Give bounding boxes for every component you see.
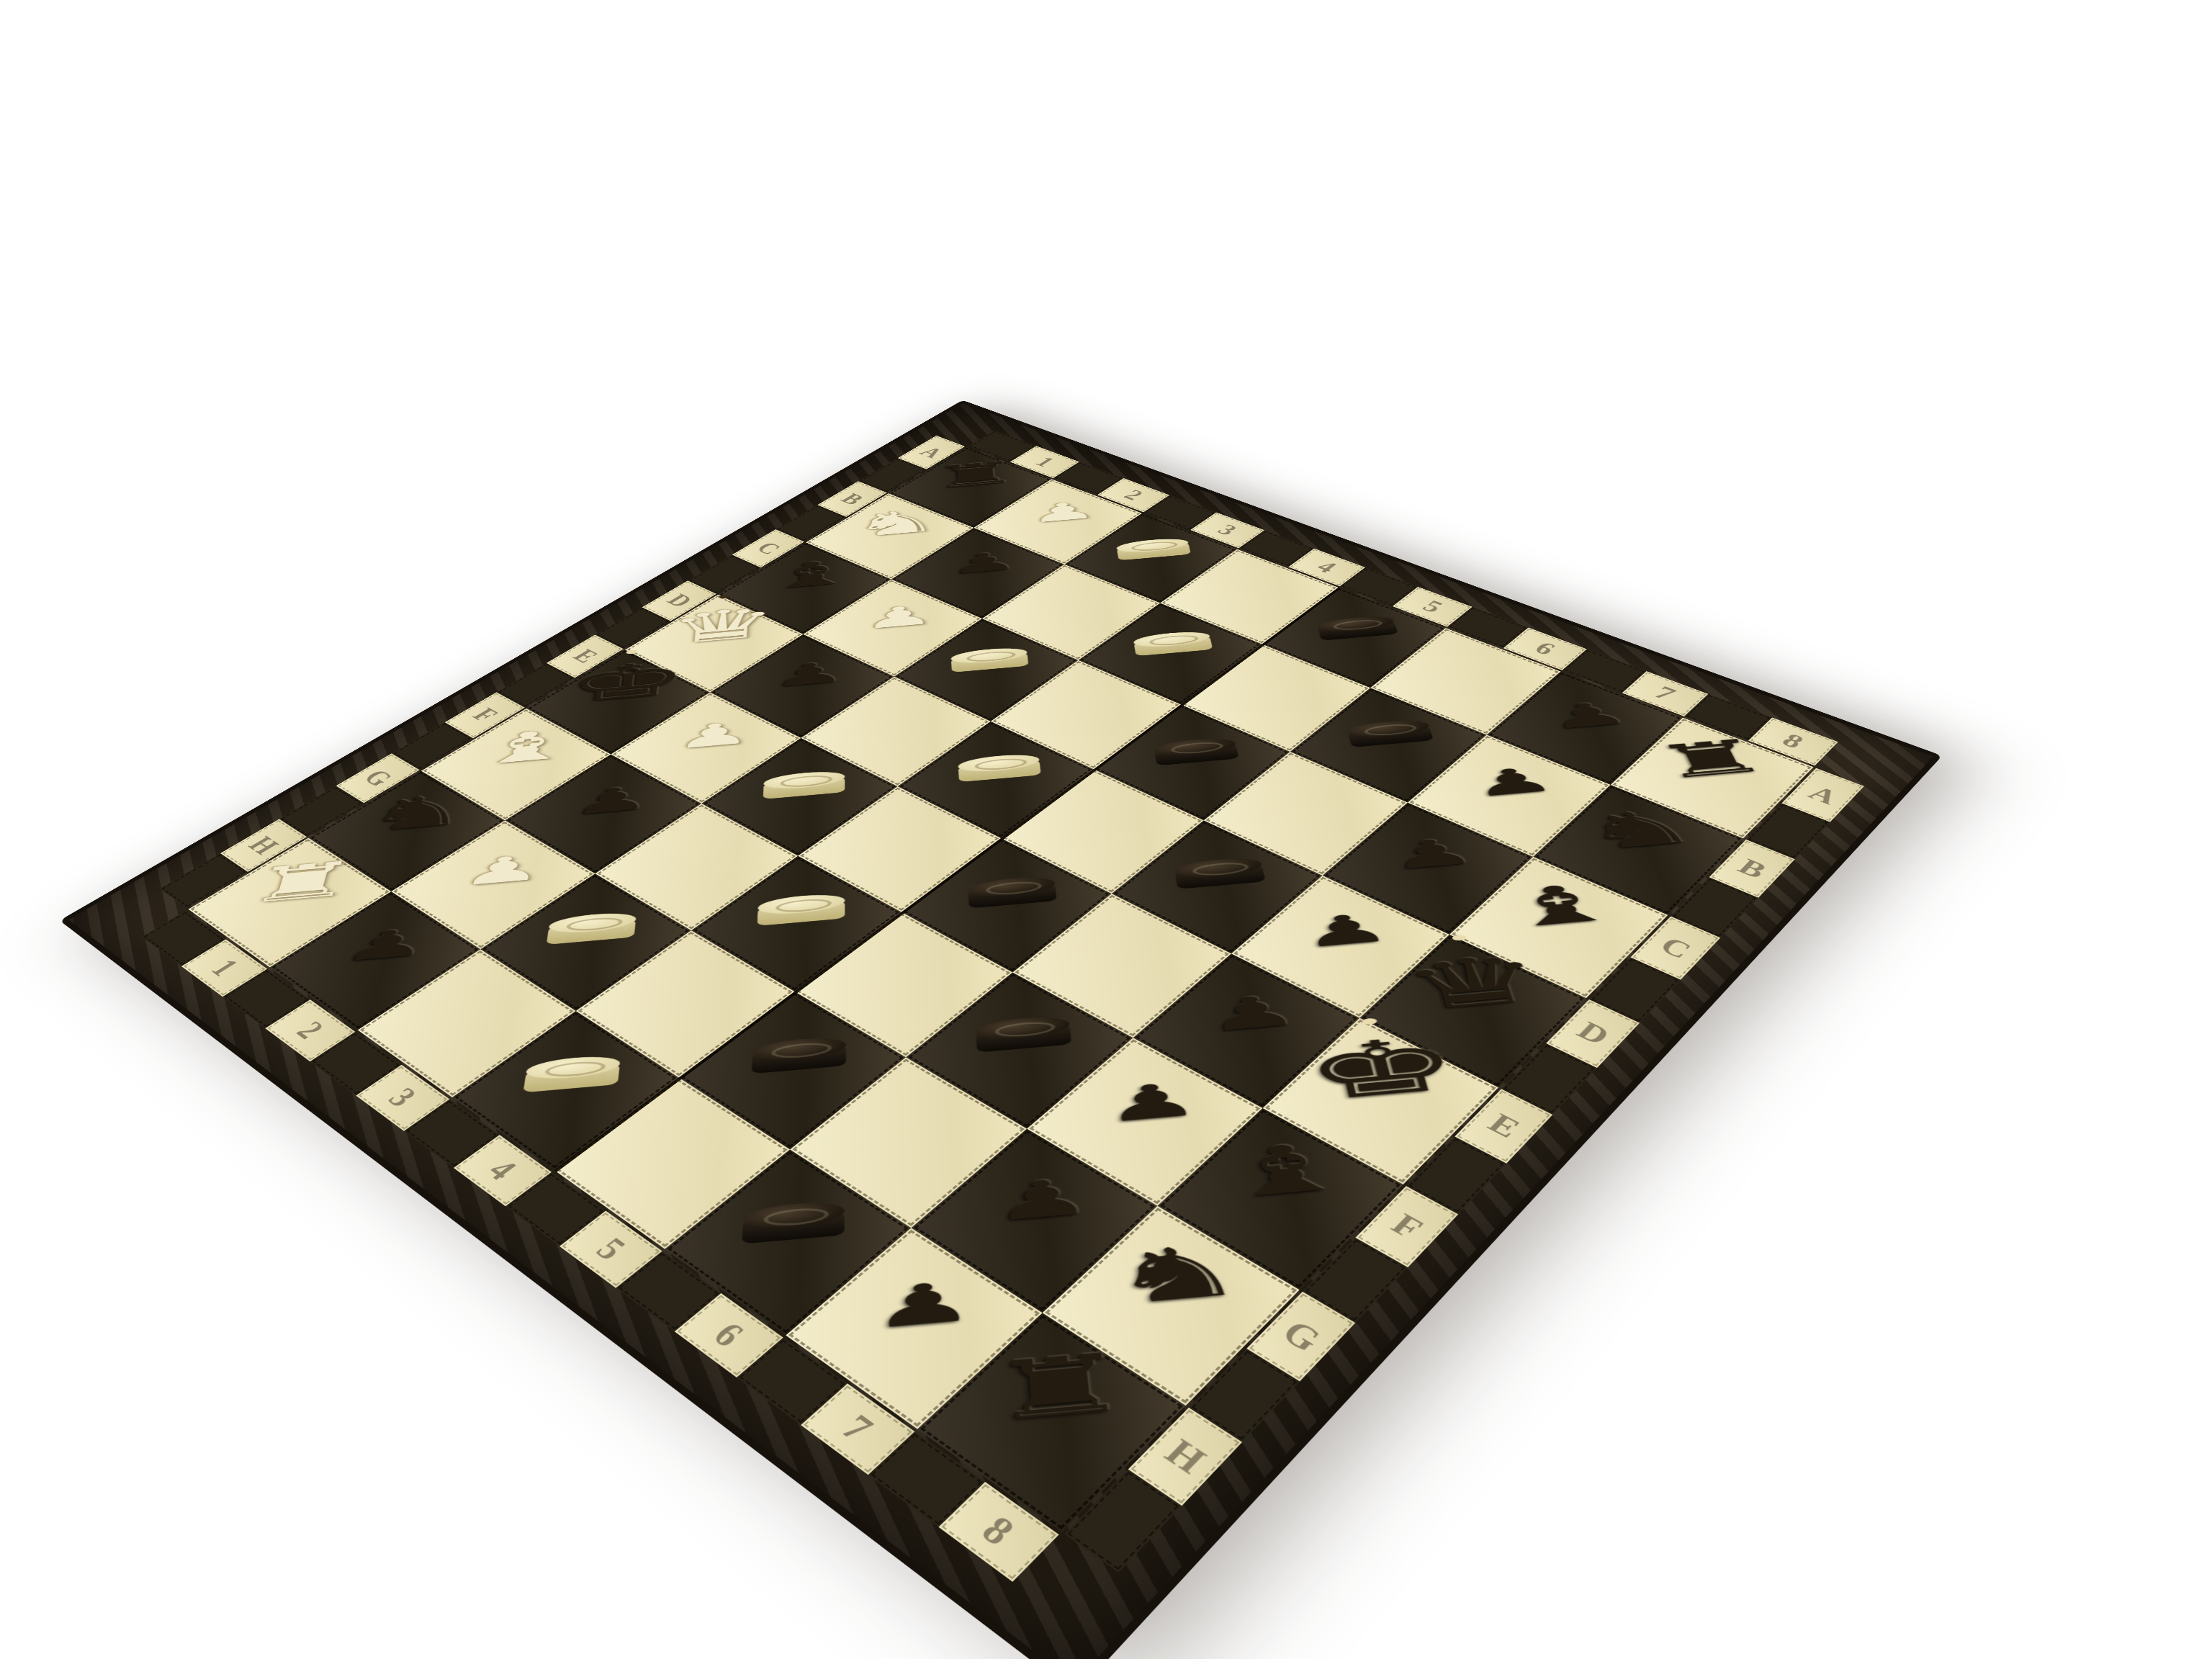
file-label-F: F: [1383, 1207, 1431, 1246]
rank-label-4: 4: [1311, 558, 1342, 577]
checker-disc: [547, 919, 637, 944]
checker-disc: [1318, 621, 1398, 640]
dark-rook-h8[interactable]: ♜: [953, 1298, 1168, 1434]
white-pawn-d2[interactable]: ♟: [737, 625, 881, 694]
playing-squares: ♜♞♝♚♛♝♞♜♟♟♟♟♟♟♟♟♟♟♟♟♟♟♟♟♜♞♝♚♛♝♞♜: [189, 447, 1814, 1532]
white-pawn-g2[interactable]: ♟: [421, 810, 590, 894]
file-label-H: H: [1156, 1430, 1215, 1481]
file-label-G: G: [1273, 1313, 1329, 1359]
dark-knight-b8[interactable]: ♞: [1538, 774, 1730, 859]
checker-disc: [752, 1045, 846, 1074]
checker-disc: [951, 652, 1029, 673]
dark-queen-d8[interactable]: ♛: [1372, 922, 1572, 1021]
file-label-C: C: [1653, 932, 1698, 964]
rank-label-2: 2: [288, 1015, 333, 1045]
rank-label-7: 7: [832, 1407, 883, 1450]
pawn-glyph: ♟: [339, 923, 433, 966]
rook-glyph: ♜: [985, 1343, 1136, 1431]
checker-disc: [958, 760, 1041, 782]
file-label-B: B: [1732, 854, 1773, 883]
rank-label-5: 5: [587, 1231, 635, 1267]
chess-checkers-board: HGFEDCBA HGFEDCBA 12345678 12345678 ♜♞♝♚…: [63, 401, 1939, 1659]
white-pawn-f2[interactable]: ♟: [534, 745, 692, 823]
dark-bishop-c8[interactable]: ♝: [1458, 845, 1655, 937]
queen-crown-accent: [719, 594, 731, 598]
rank-label-4: 4: [479, 1153, 526, 1187]
checker-disc: [1133, 637, 1213, 657]
file-label-D: D: [1570, 1016, 1617, 1051]
checker-disc: [763, 777, 845, 799]
file-label-A: A: [1802, 781, 1843, 809]
white-pawn-c2[interactable]: ♟: [830, 570, 969, 635]
dark-king-e8[interactable]: ♚: [1280, 1005, 1483, 1111]
dark-knight-g8[interactable]: ♞: [1071, 1192, 1282, 1317]
checker-disc: [523, 1064, 620, 1092]
rank-label-6: 6: [1529, 638, 1561, 659]
checker-disc: [1154, 743, 1239, 765]
file-label-E: E: [1480, 1107, 1528, 1144]
rank-label-6: 6: [704, 1315, 754, 1354]
white-pawn-a2[interactable]: ♟: [994, 471, 1130, 529]
checker-disc: [968, 884, 1057, 909]
white-pawn-b2[interactable]: ♟: [915, 519, 1052, 580]
queen-crown-accent: [1452, 934, 1467, 940]
rank-label-1: 1: [202, 954, 246, 981]
white-pawn-e2[interactable]: ♟: [639, 683, 788, 756]
king-cross-accent: [1362, 1017, 1377, 1025]
checker-disc: [1117, 542, 1191, 560]
rank-label-3: 3: [379, 1082, 425, 1113]
dark-bishop-f8[interactable]: ♝: [1179, 1095, 1388, 1210]
white-pawn-h2[interactable]: ♟: [300, 881, 479, 970]
rank-label-8: 8: [972, 1507, 1024, 1555]
checker-disc: [757, 901, 845, 926]
